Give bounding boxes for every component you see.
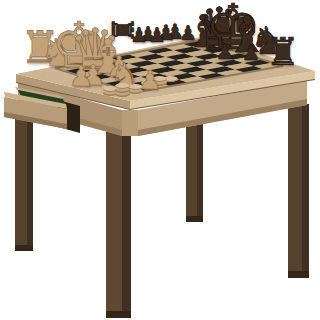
leg-right-shade — [302, 104, 309, 278]
leg-front-foot — [106, 311, 131, 318]
leg-right-foot — [288, 271, 309, 278]
table-structure — [0, 0, 320, 320]
leg-front-shade — [122, 132, 131, 318]
table-legs — [15, 100, 309, 318]
leg-back-foot — [186, 216, 203, 222]
chess-table-photo: ♜♞♟♚♛♝♟♟♟♟♞♟♜♟♟♟♟♟♟♝♞♛♚♝♟♟♞♜ — [0, 0, 320, 320]
leg-back-shade — [197, 118, 203, 222]
leg-left-shade — [27, 100, 33, 251]
leg-left-foot — [15, 245, 33, 251]
apron-corner-post — [122, 110, 138, 136]
